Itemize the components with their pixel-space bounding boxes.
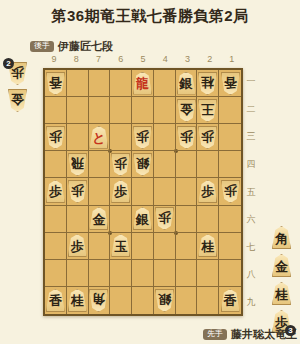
square-32: 金 (176, 97, 198, 124)
square-93: 歩 (45, 124, 67, 151)
square-83 (67, 124, 89, 151)
square-68 (110, 260, 132, 287)
square-12 (219, 97, 241, 124)
rank-label-2: 二 (245, 96, 257, 124)
square-18 (219, 260, 241, 287)
square-82 (67, 97, 89, 124)
square-53: 歩 (132, 124, 154, 151)
sente-player-line: 先手 藤井聡太竜王 (203, 327, 297, 342)
hand-piece-金: 金 (8, 89, 27, 112)
square-96 (45, 206, 67, 233)
square-35 (176, 178, 198, 205)
square-64: 歩 (110, 151, 132, 178)
square-62 (110, 97, 132, 124)
square-39 (176, 287, 198, 314)
file-label-4: 4 (154, 53, 176, 66)
square-14 (219, 151, 241, 178)
square-73: と (89, 124, 111, 151)
shogi-piece-銀-sente: 銀 (177, 72, 196, 95)
shogi-piece-香-sente: 香 (46, 289, 65, 312)
sente-captured-pieces: 角金桂歩3 (272, 226, 291, 333)
shogi-piece-角-sente: 角 (272, 226, 291, 249)
square-85: 歩 (67, 178, 89, 205)
shogi-piece-歩-sente: 歩 (68, 234, 87, 257)
rank-label-6: 六 (245, 206, 257, 234)
shogi-piece-桂-sente: 桂 (68, 289, 87, 312)
square-49: 銀 (154, 287, 176, 314)
square-26 (197, 206, 219, 233)
hand-piece-桂: 桂 (272, 282, 291, 305)
square-91: 香 (45, 70, 67, 97)
square-61 (110, 70, 132, 97)
square-58 (132, 260, 154, 287)
hand-piece-角: 角 (272, 226, 291, 249)
gote-player-line: 後手 伊藤匠七段 (30, 39, 113, 54)
square-45 (154, 178, 176, 205)
rank-label-4: 四 (245, 151, 257, 179)
square-74 (89, 151, 111, 178)
square-54: 銀 (132, 151, 154, 178)
shogi-piece-金-gote: 金 (8, 89, 27, 112)
shogi-piece-桂-gote: 桂 (198, 72, 217, 95)
hand-piece-金: 金 (272, 254, 291, 277)
square-27: 桂 (197, 233, 219, 260)
file-label-7: 7 (87, 53, 109, 66)
gote-player-name: 伊藤匠七段 (58, 39, 113, 54)
shogi-piece-香-gote: 香 (46, 72, 65, 95)
rank-label-3: 三 (245, 123, 257, 151)
shogi-piece-歩-gote: 歩 (177, 126, 196, 149)
square-29 (197, 287, 219, 314)
square-55 (132, 178, 154, 205)
page-title: 第36期竜王戦七番勝負第2局 (0, 7, 300, 26)
file-label-6: 6 (110, 53, 132, 66)
shogi-piece-と-sente: と (89, 126, 108, 149)
shogi-piece-金-gote: 金 (177, 99, 196, 122)
shogi-piece-銀-gote: 銀 (155, 289, 174, 312)
square-17 (219, 233, 241, 260)
rank-label-7: 七 (245, 233, 257, 261)
square-31: 銀 (176, 70, 198, 97)
square-95: 歩 (45, 178, 67, 205)
shogi-board: 香龍銀桂香金王歩と歩歩歩飛歩銀歩歩歩歩歩金銀歩歩玉桂香桂角銀香 (43, 68, 243, 316)
square-63 (110, 124, 132, 151)
square-11: 香 (219, 70, 241, 97)
piece-count-badge: 2 (3, 58, 14, 69)
square-19: 香 (219, 287, 241, 314)
rank-label-1: 一 (245, 68, 257, 96)
shogi-piece-玉-sente: 玉 (111, 234, 130, 257)
square-51: 龍 (132, 70, 154, 97)
rank-label-9: 九 (245, 289, 257, 317)
hand-piece-歩: 歩2 (8, 62, 27, 85)
square-75 (89, 178, 111, 205)
shogi-piece-龍-sente: 龍 (133, 72, 152, 95)
shogi-piece-飛-gote: 飛 (68, 153, 87, 176)
shogi-piece-桂-sente: 桂 (272, 282, 291, 305)
file-label-3: 3 (176, 53, 198, 66)
shogi-diagram: 第36期竜王戦七番勝負第2局 後手 伊藤匠七段 987654321 一二三四五六… (0, 0, 300, 344)
square-33: 歩 (176, 124, 198, 151)
shogi-piece-歩-gote: 歩 (111, 153, 130, 176)
square-28 (197, 260, 219, 287)
square-84: 飛 (67, 151, 89, 178)
square-52 (132, 97, 154, 124)
rank-label-8: 八 (245, 261, 257, 289)
shogi-piece-銀-gote: 銀 (133, 153, 152, 176)
shogi-piece-歩-gote: 歩 (155, 207, 174, 230)
square-88 (67, 260, 89, 287)
square-43 (154, 124, 176, 151)
square-65: 歩 (110, 178, 132, 205)
square-79: 角 (89, 287, 111, 314)
square-36 (176, 206, 198, 233)
square-71 (89, 70, 111, 97)
square-66 (110, 206, 132, 233)
file-label-5: 5 (132, 53, 154, 66)
rank-label-5: 五 (245, 178, 257, 206)
shogi-piece-香-gote: 香 (221, 72, 240, 95)
square-24 (197, 151, 219, 178)
square-13 (219, 124, 241, 151)
square-21: 桂 (197, 70, 219, 97)
shogi-piece-歩-gote: 歩 (46, 126, 65, 149)
file-label-9: 9 (43, 53, 65, 66)
square-34 (176, 151, 198, 178)
rank-labels: 一二三四五六七八九 (245, 68, 257, 316)
shogi-piece-歩-gote: 歩 (133, 126, 152, 149)
shogi-piece-銀-sente: 銀 (133, 207, 152, 230)
square-38 (176, 260, 198, 287)
gote-captured-pieces: 歩2金 (8, 62, 27, 112)
square-78 (89, 260, 111, 287)
shogi-piece-歩-gote: 歩 (198, 126, 217, 149)
piece-count-badge: 3 (285, 325, 296, 336)
square-94 (45, 151, 67, 178)
square-99: 香 (45, 287, 67, 314)
file-labels: 987654321 (43, 53, 243, 66)
shogi-piece-香-sente: 香 (221, 289, 240, 312)
square-81 (67, 70, 89, 97)
shogi-piece-歩-sente: 歩 (111, 180, 130, 203)
square-98 (45, 260, 67, 287)
square-86 (67, 206, 89, 233)
square-77 (89, 233, 111, 260)
square-57 (132, 233, 154, 260)
square-87: 歩 (67, 233, 89, 260)
square-48 (154, 260, 176, 287)
shogi-piece-金-sente: 金 (272, 254, 291, 277)
shogi-piece-王-gote: 王 (198, 99, 217, 122)
square-41 (154, 70, 176, 97)
square-69 (110, 287, 132, 314)
sente-badge: 先手 (203, 329, 227, 340)
square-76: 金 (89, 206, 111, 233)
shogi-piece-歩-sente: 歩 (198, 180, 217, 203)
square-15: 歩 (219, 178, 241, 205)
square-97 (45, 233, 67, 260)
square-22: 王 (197, 97, 219, 124)
square-89: 桂 (67, 287, 89, 314)
shogi-piece-歩-sente: 歩 (46, 180, 65, 203)
shogi-piece-歩-gote: 歩 (68, 180, 87, 203)
square-46: 歩 (154, 206, 176, 233)
file-label-1: 1 (221, 53, 243, 66)
square-25: 歩 (197, 178, 219, 205)
shogi-piece-金-sente: 金 (89, 207, 108, 230)
gote-badge: 後手 (30, 41, 54, 52)
square-47 (154, 233, 176, 260)
square-37 (176, 233, 198, 260)
square-59 (132, 287, 154, 314)
shogi-piece-角-gote: 角 (89, 289, 108, 312)
shogi-piece-桂-sente: 桂 (198, 234, 217, 257)
shogi-piece-歩-gote: 歩 (221, 180, 240, 203)
file-label-8: 8 (65, 53, 87, 66)
square-42 (154, 97, 176, 124)
file-label-2: 2 (199, 53, 221, 66)
square-72 (89, 97, 111, 124)
square-67: 玉 (110, 233, 132, 260)
square-56: 銀 (132, 206, 154, 233)
square-92 (45, 97, 67, 124)
square-23: 歩 (197, 124, 219, 151)
square-16 (219, 206, 241, 233)
square-44 (154, 151, 176, 178)
